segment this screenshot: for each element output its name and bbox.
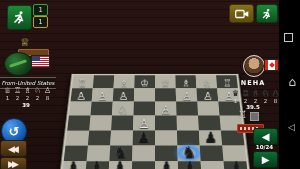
piece-count-column: ♞2 (261, 89, 270, 104)
back-icon[interactable]: ◁ (288, 122, 295, 132)
chess-piece-wN[interactable]: ♘ (112, 104, 134, 116)
chess-piece-bP[interactable]: ♟ (108, 160, 131, 169)
rewind-button[interactable]: ◀◀ (0, 140, 27, 157)
piece-count: 2 (23, 95, 32, 101)
board-square[interactable]: ♟ (223, 161, 248, 169)
board-square[interactable]: ♗ (175, 75, 196, 88)
move-counter: 10/24 (251, 144, 278, 150)
recents-icon[interactable] (284, 33, 293, 42)
board-square[interactable] (111, 116, 133, 131)
board-square[interactable]: ♙ (92, 88, 114, 101)
board-square[interactable]: ♙ (133, 116, 155, 131)
piece-icon: ♝ (251, 89, 260, 98)
board-square[interactable] (90, 102, 112, 116)
board-square[interactable] (200, 145, 224, 161)
us-flag-icon (31, 55, 50, 68)
piece-count: 8 (43, 95, 52, 101)
board-square[interactable]: ♟ (155, 161, 178, 169)
chess-piece-bP[interactable]: ♟ (62, 160, 85, 169)
board-square[interactable]: ♙ (155, 102, 177, 116)
chess-piece-wB[interactable]: ♗ (114, 79, 135, 88)
quick-game-button[interactable] (7, 5, 32, 30)
chess-piece-wR[interactable]: ♖ (72, 79, 93, 88)
board-square[interactable] (93, 75, 114, 88)
chess-piece-wB[interactable]: ♗ (176, 79, 197, 88)
chess-piece-wP[interactable]: ♙ (71, 91, 92, 102)
piece-count-column: ♝2 (251, 89, 260, 104)
piece-count-column: ♛1 (231, 89, 240, 104)
board-square[interactable] (155, 130, 177, 145)
chess-piece-wP[interactable]: ♙ (197, 91, 218, 102)
board-square[interactable] (66, 130, 90, 145)
board-square[interactable] (133, 102, 155, 116)
runner-icon (12, 10, 27, 25)
board-square[interactable]: ♟ (199, 130, 222, 145)
tray-rook-icon: ♖ (238, 109, 247, 120)
board-square[interactable] (222, 145, 246, 161)
chess-piece-bP[interactable]: ♟ (155, 160, 178, 169)
piece-count-column: ♕1 (3, 86, 12, 101)
chess-piece-wK[interactable]: ♔ (134, 79, 155, 88)
chess-piece-bN[interactable]: ♞ (109, 145, 132, 161)
board-square[interactable]: ♙ (196, 88, 218, 101)
board-square[interactable]: ♞ (177, 145, 200, 161)
chess-piece-wP[interactable]: ♙ (133, 117, 155, 130)
left-material-score: 39 (3, 102, 49, 108)
board-square[interactable] (155, 145, 178, 161)
chess-piece-bP[interactable]: ♟ (225, 160, 248, 169)
chess-piece-wQ[interactable]: ♕ (155, 79, 176, 88)
board-square[interactable] (198, 116, 221, 131)
right-captured-pieces: ♛1♜2♝2♞2♟8 (231, 89, 280, 104)
left-captured-pieces: ♕1♖2♗2♘2♙8 (3, 86, 52, 101)
board-frame: ♖♗♔♕♗♘♖♙♙♙♙♙♙♘♙♙♟♟♞♞♟♟♟♟♟♟♜♝♚♛♝♜ HGFEDCB… (56, 74, 254, 169)
board-square[interactable] (64, 145, 88, 161)
piece-count-column: ♘2 (33, 86, 42, 101)
board-square[interactable]: ♟ (108, 161, 132, 169)
tray-badge (250, 112, 259, 121)
board-square[interactable]: ♖ (72, 75, 94, 88)
board-square[interactable]: ♟ (62, 161, 87, 169)
board-square[interactable] (87, 145, 111, 161)
piece-icon: ♙ (43, 86, 52, 95)
board-square[interactable] (132, 145, 155, 161)
board-square[interactable] (110, 130, 133, 145)
chess-piece-wP[interactable]: ♙ (113, 91, 134, 102)
piece-icon: ♗ (23, 86, 32, 95)
chess-piece-bP[interactable]: ♟ (133, 131, 155, 145)
chess-piece-wP[interactable]: ♙ (176, 91, 197, 102)
board-square[interactable] (132, 161, 155, 169)
board-square[interactable] (176, 102, 198, 116)
board-square[interactable] (155, 88, 176, 101)
right-player-name: NEHA (231, 79, 275, 87)
piece-count-column: ♙8 (43, 86, 52, 101)
board-square[interactable] (88, 130, 111, 145)
piece-icon: ♖ (13, 86, 22, 95)
board-square[interactable]: ♕ (155, 75, 176, 88)
fast-forward-button[interactable]: ▶▶ (0, 157, 27, 169)
android-nav-bar: ⌂ ◁ (279, 0, 300, 169)
crown-icon: ♕ (20, 36, 30, 49)
board-square[interactable] (69, 102, 92, 116)
piece-count: 1 (3, 95, 12, 101)
chess-piece-wN[interactable]: ♘ (196, 79, 217, 88)
board-grid[interactable]: ♖♗♔♕♗♘♖♙♙♙♙♙♙♘♙♙♟♟♞♞♟♟♟♟♟♟♜♝♚♛♝♜ (60, 75, 250, 169)
board-square[interactable]: ♞ (109, 145, 132, 161)
board-square[interactable] (197, 102, 219, 116)
canada-flag-icon (264, 59, 279, 71)
chess-piece-wP[interactable]: ♙ (155, 104, 177, 116)
board-square[interactable]: ♟ (85, 161, 109, 169)
chess-piece-bP[interactable]: ♟ (178, 160, 201, 169)
board-square[interactable]: ♙ (113, 88, 135, 101)
piece-count-column: ♜2 (241, 89, 250, 104)
board-square[interactable] (177, 116, 199, 131)
previous-move-button[interactable]: ◀ (253, 128, 278, 145)
counter-badge-green: 1 (33, 4, 48, 16)
piece-count-column: ♗2 (23, 86, 32, 101)
piece-icon: ♘ (33, 86, 42, 95)
board-square[interactable]: ♟ (178, 161, 202, 169)
board-square[interactable]: ♔ (134, 75, 155, 88)
piece-count-column: ♖2 (13, 86, 22, 101)
board-square[interactable]: ♘ (112, 102, 134, 116)
piece-icon: ♜ (241, 89, 250, 98)
last-move-highlight (179, 147, 198, 159)
camera-view-button[interactable] (229, 4, 254, 23)
piece-count: 2 (33, 95, 42, 101)
piece-count: 2 (13, 95, 22, 101)
board-square[interactable]: ♗ (114, 75, 135, 88)
board-square[interactable]: ♙ (176, 88, 198, 101)
next-move-button[interactable]: ▶ (253, 151, 278, 168)
chess-piece-bP[interactable]: ♟ (85, 160, 108, 169)
chess-app-screen: ♖♗♔♕♗♘♖♙♙♙♙♙♙♘♙♙♟♟♞♞♟♟♟♟♟♟♜♝♚♛♝♜ HGFEDCB… (0, 0, 300, 169)
chess-piece-wP[interactable]: ♙ (92, 91, 113, 102)
board-square[interactable] (201, 161, 225, 169)
board-square[interactable]: ♟ (133, 130, 155, 145)
board-square[interactable]: ♙ (71, 88, 93, 101)
board-square[interactable] (67, 116, 90, 131)
chess-board-3d: ♖♗♔♕♗♘♖♙♙♙♙♙♙♘♙♙♟♟♞♞♟♟♟♟♟♟♜♝♚♛♝♜ HGFEDCB… (56, 74, 254, 169)
right-player-avatar[interactable] (243, 55, 265, 77)
runner-icon (261, 8, 273, 20)
left-player-avatar[interactable] (4, 52, 33, 76)
chess-piece-bP[interactable]: ♟ (200, 131, 222, 145)
board-square[interactable] (155, 116, 177, 131)
piece-icon: ♛ (231, 89, 240, 98)
new-game-button[interactable] (256, 4, 278, 23)
piece-icon: ♕ (3, 86, 12, 95)
board-square[interactable] (134, 88, 155, 101)
camera-icon (235, 9, 249, 19)
home-icon[interactable]: ⌂ (288, 76, 296, 88)
board-square[interactable]: ♘ (196, 75, 217, 88)
board-square[interactable] (177, 130, 200, 145)
board-square[interactable] (89, 116, 112, 131)
piece-icon: ♞ (261, 89, 270, 98)
counter-badge-yellow: 1 (33, 16, 48, 28)
